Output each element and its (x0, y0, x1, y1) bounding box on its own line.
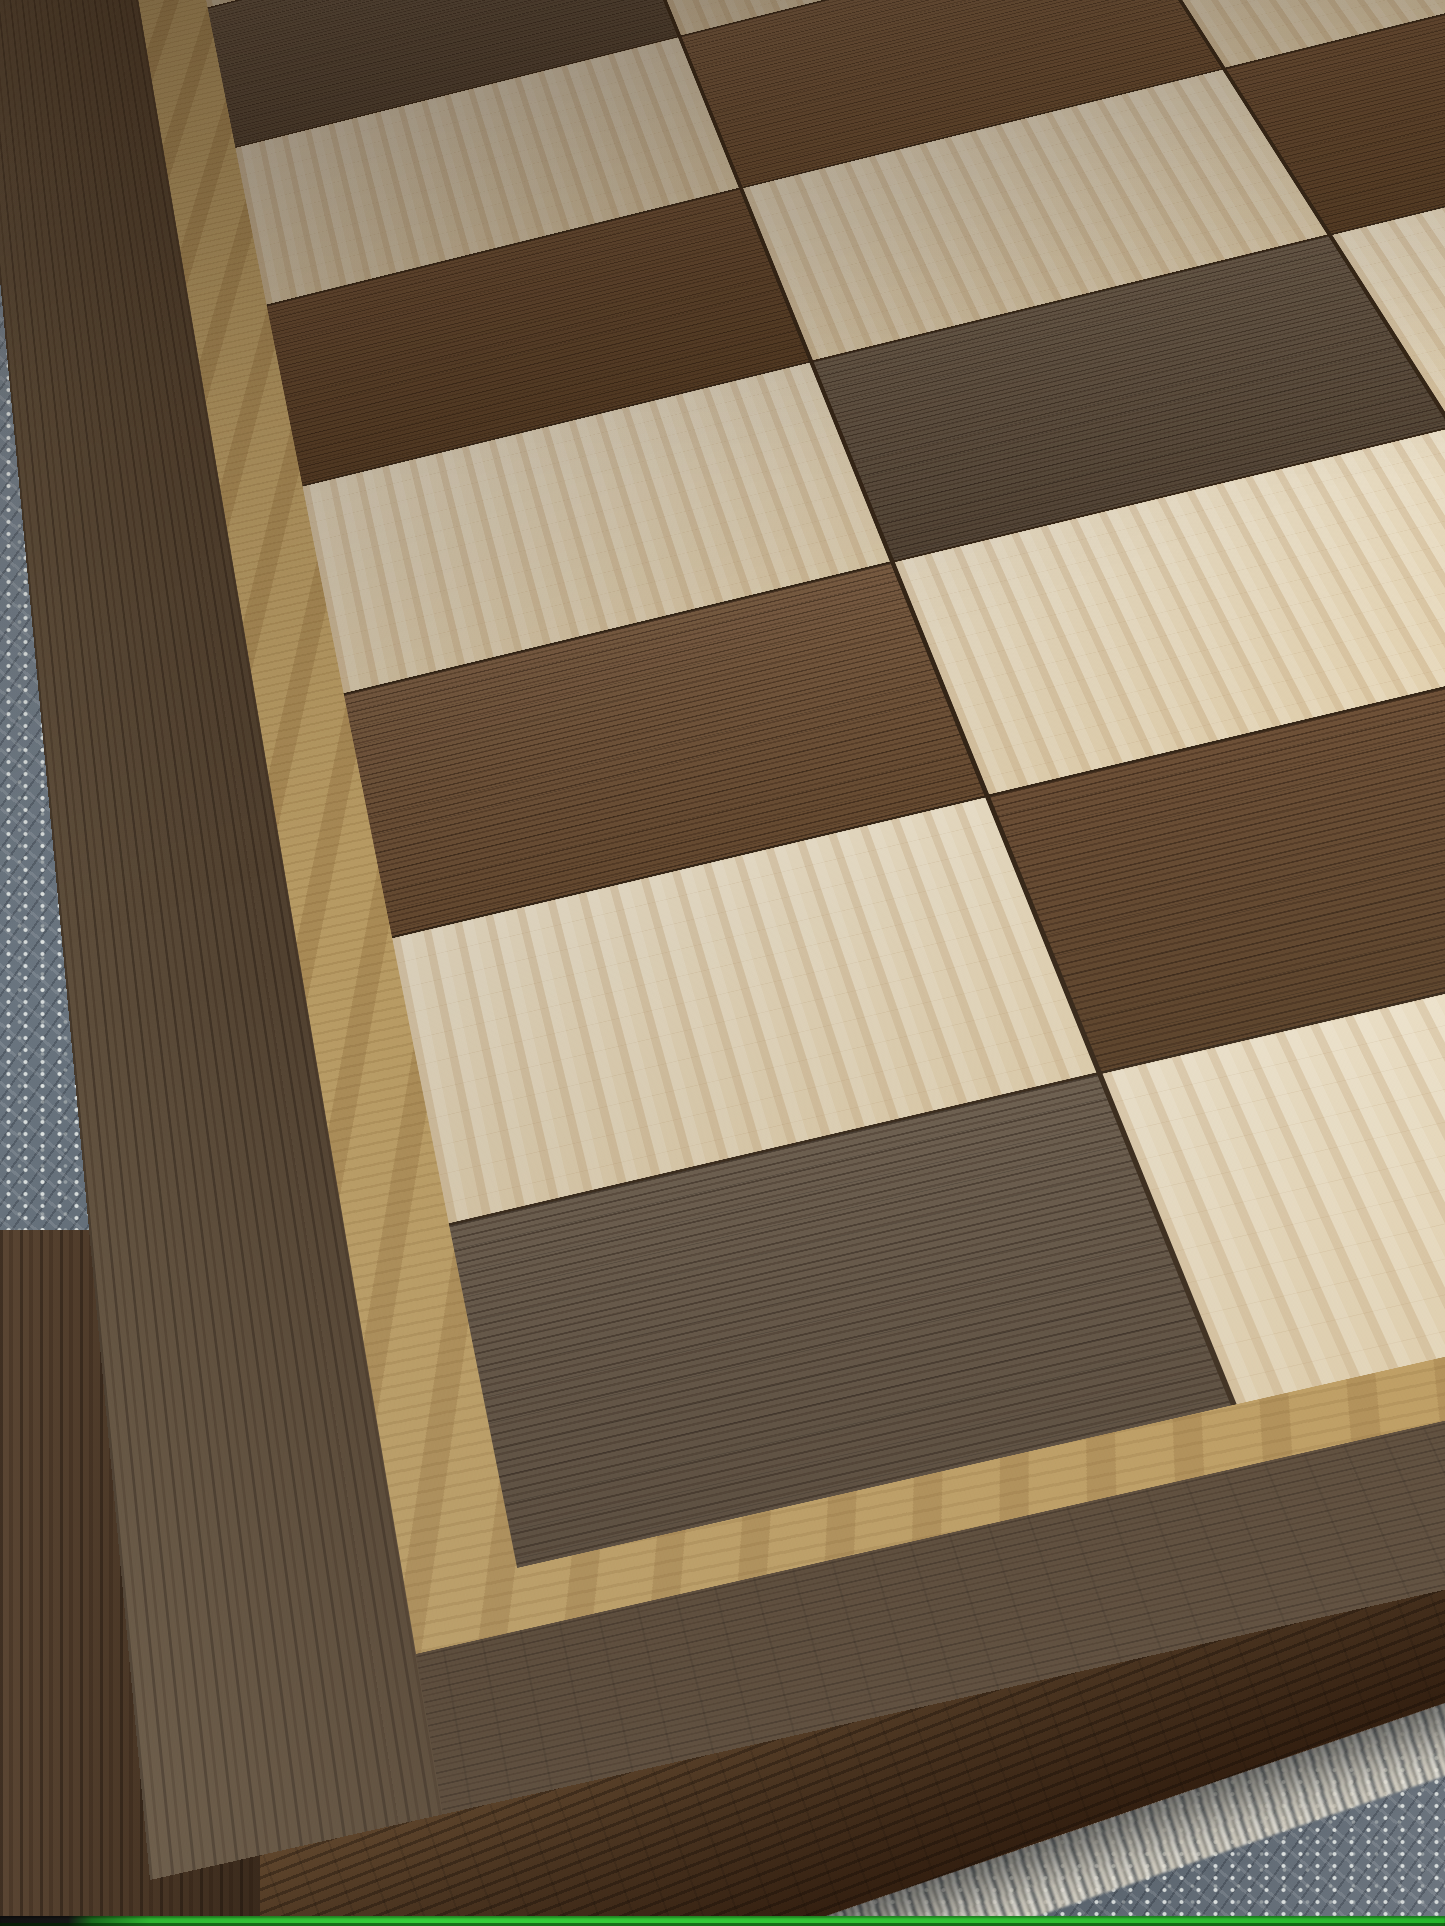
green-strip (0, 1916, 1445, 1926)
chessboard (0, 0, 1445, 1880)
board-grid (183, 0, 1445, 1568)
photo-scene (0, 0, 1445, 1926)
